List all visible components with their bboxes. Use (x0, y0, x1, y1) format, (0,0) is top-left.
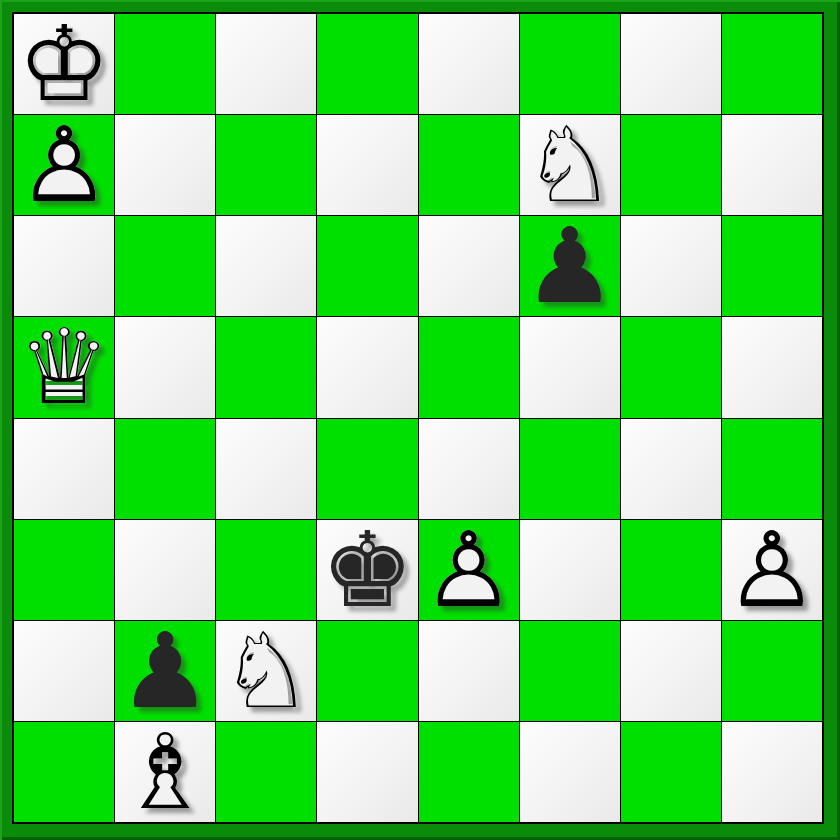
square-d1[interactable] (317, 722, 417, 822)
white-queen-outline-glyph: ♕ (14, 317, 114, 417)
piece-white-knight[interactable]: ♞♘ (520, 115, 620, 215)
square-e5[interactable] (419, 317, 519, 417)
square-h3[interactable]: ♟♙ (722, 520, 822, 620)
square-h5[interactable] (722, 317, 822, 417)
square-f2[interactable] (520, 621, 620, 721)
piece-black-pawn[interactable]: ♟ (520, 216, 620, 316)
square-h6[interactable] (722, 216, 822, 316)
square-f3[interactable] (520, 520, 620, 620)
square-f8[interactable] (520, 14, 620, 114)
square-a2[interactable] (14, 621, 114, 721)
square-e8[interactable] (419, 14, 519, 114)
square-g8[interactable] (621, 14, 721, 114)
square-g6[interactable] (621, 216, 721, 316)
white-knight-outline-glyph: ♘ (520, 115, 620, 215)
square-c6[interactable] (216, 216, 316, 316)
square-c4[interactable] (216, 419, 316, 519)
square-c8[interactable] (216, 14, 316, 114)
square-g5[interactable] (621, 317, 721, 417)
square-g3[interactable] (621, 520, 721, 620)
piece-black-pawn[interactable]: ♟ (115, 621, 215, 721)
white-pawn-outline-glyph: ♙ (14, 115, 114, 215)
piece-black-king[interactable]: ♚ (317, 520, 417, 620)
square-f4[interactable] (520, 419, 620, 519)
square-f1[interactable] (520, 722, 620, 822)
square-e7[interactable] (419, 115, 519, 215)
square-f5[interactable] (520, 317, 620, 417)
square-d4[interactable] (317, 419, 417, 519)
square-d8[interactable] (317, 14, 417, 114)
black-king-glyph: ♚ (317, 520, 417, 620)
square-d3[interactable]: ♚ (317, 520, 417, 620)
piece-white-bishop[interactable]: ♝♗ (115, 722, 215, 822)
square-b3[interactable] (115, 520, 215, 620)
square-b4[interactable] (115, 419, 215, 519)
square-d2[interactable] (317, 621, 417, 721)
chess-board: ♚♔♟♙♞♘♟♛♕♚♟♙♟♙♟♞♘♝♗ (12, 12, 824, 824)
square-e1[interactable] (419, 722, 519, 822)
black-pawn-glyph: ♟ (520, 216, 620, 316)
white-pawn-outline-glyph: ♙ (419, 520, 519, 620)
square-c5[interactable] (216, 317, 316, 417)
square-d6[interactable] (317, 216, 417, 316)
square-d5[interactable] (317, 317, 417, 417)
black-pawn-glyph: ♟ (115, 621, 215, 721)
chess-board-frame: ♚♔♟♙♞♘♟♛♕♚♟♙♟♙♟♞♘♝♗ (0, 0, 840, 840)
square-a3[interactable] (14, 520, 114, 620)
white-king-outline-glyph: ♔ (14, 14, 114, 114)
square-b7[interactable] (115, 115, 215, 215)
piece-white-knight[interactable]: ♞♘ (216, 621, 316, 721)
square-g7[interactable] (621, 115, 721, 215)
white-bishop-outline-glyph: ♗ (115, 722, 215, 822)
square-f7[interactable]: ♞♘ (520, 115, 620, 215)
square-e6[interactable] (419, 216, 519, 316)
square-b6[interactable] (115, 216, 215, 316)
square-c2[interactable]: ♞♘ (216, 621, 316, 721)
square-g4[interactable] (621, 419, 721, 519)
square-d7[interactable] (317, 115, 417, 215)
square-a6[interactable] (14, 216, 114, 316)
square-a4[interactable] (14, 419, 114, 519)
square-a8[interactable]: ♚♔ (14, 14, 114, 114)
piece-white-pawn[interactable]: ♟♙ (419, 520, 519, 620)
square-b8[interactable] (115, 14, 215, 114)
square-c7[interactable] (216, 115, 316, 215)
square-a1[interactable] (14, 722, 114, 822)
piece-white-king[interactable]: ♚♔ (14, 14, 114, 114)
square-h2[interactable] (722, 621, 822, 721)
piece-white-pawn[interactable]: ♟♙ (722, 520, 822, 620)
square-e2[interactable] (419, 621, 519, 721)
square-a7[interactable]: ♟♙ (14, 115, 114, 215)
piece-white-pawn[interactable]: ♟♙ (14, 115, 114, 215)
white-pawn-outline-glyph: ♙ (722, 520, 822, 620)
square-c1[interactable] (216, 722, 316, 822)
square-h8[interactable] (722, 14, 822, 114)
square-b2[interactable]: ♟ (115, 621, 215, 721)
square-h7[interactable] (722, 115, 822, 215)
square-c3[interactable] (216, 520, 316, 620)
square-b1[interactable]: ♝♗ (115, 722, 215, 822)
square-h4[interactable] (722, 419, 822, 519)
square-g1[interactable] (621, 722, 721, 822)
white-knight-outline-glyph: ♘ (216, 621, 316, 721)
square-b5[interactable] (115, 317, 215, 417)
square-e3[interactable]: ♟♙ (419, 520, 519, 620)
square-a5[interactable]: ♛♕ (14, 317, 114, 417)
square-f6[interactable]: ♟ (520, 216, 620, 316)
square-e4[interactable] (419, 419, 519, 519)
square-h1[interactable] (722, 722, 822, 822)
square-g2[interactable] (621, 621, 721, 721)
piece-white-queen[interactable]: ♛♕ (14, 317, 114, 417)
